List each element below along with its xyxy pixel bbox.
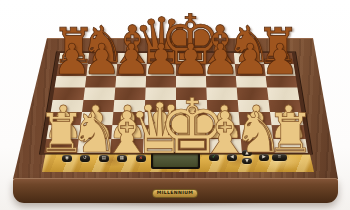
- square-a7[interactable]: [57, 64, 88, 75]
- square-b3[interactable]: [80, 112, 113, 125]
- square-g8[interactable]: [234, 53, 264, 64]
- red-cancel-icon: ×: [139, 156, 143, 161]
- left-arrow-button[interactable]: ◀: [227, 154, 237, 161]
- square-d3[interactable]: [144, 112, 176, 125]
- square-f1[interactable]: [208, 139, 242, 153]
- square-g3[interactable]: [239, 112, 272, 125]
- square-d5[interactable]: [145, 87, 176, 99]
- power-button[interactable]: ◉: [62, 155, 72, 162]
- square-c5[interactable]: [114, 87, 145, 99]
- square-b6[interactable]: [85, 76, 116, 88]
- square-h8[interactable]: [263, 53, 294, 64]
- board-front-edge: MILLENNIUM: [13, 178, 338, 203]
- square-e8[interactable]: [176, 53, 205, 64]
- right-arrow-button[interactable]: ▶: [259, 154, 269, 161]
- square-h2[interactable]: [272, 125, 306, 138]
- square-a6[interactable]: [55, 76, 87, 88]
- square-h1[interactable]: [273, 139, 308, 153]
- square-e2[interactable]: [176, 125, 208, 138]
- square-c3[interactable]: [112, 112, 144, 125]
- menu-button[interactable]: ≡: [272, 154, 287, 161]
- right-arrow-icon: ▶: [262, 155, 265, 160]
- brand-plate: MILLENNIUM: [152, 189, 198, 198]
- square-h3[interactable]: [270, 112, 303, 125]
- square-g4[interactable]: [238, 100, 270, 113]
- chess-computer: ◉↺▤▦×✓◀▲▼▶≡ ♜♞♝♛♚♝♞♜♟♟♟♟♟♟♟♟♟♟♟♟♟♟♟♟♜♞♝♛…: [0, 0, 350, 210]
- square-a1[interactable]: [44, 139, 79, 153]
- position-icon: ▦: [120, 156, 124, 161]
- red-cancel-button[interactable]: ×: [136, 155, 146, 162]
- takeback-button[interactable]: ↺: [80, 155, 90, 162]
- square-h7[interactable]: [264, 64, 295, 75]
- square-e5[interactable]: [176, 87, 207, 99]
- square-c7[interactable]: [116, 64, 146, 75]
- square-a5[interactable]: [53, 87, 85, 99]
- square-f6[interactable]: [206, 76, 237, 88]
- takeback-icon: ↺: [83, 156, 87, 161]
- up-arrow-icon: ▲: [245, 151, 248, 156]
- green-ok-button[interactable]: ✓: [209, 154, 219, 161]
- square-a4[interactable]: [51, 100, 84, 113]
- square-d4[interactable]: [145, 100, 176, 113]
- square-f5[interactable]: [206, 87, 237, 99]
- square-h5[interactable]: [267, 87, 299, 99]
- square-a3[interactable]: [49, 112, 82, 125]
- down-arrow-icon: ▼: [245, 159, 248, 164]
- green-ok-icon: ✓: [212, 155, 216, 160]
- square-e1[interactable]: [176, 139, 209, 153]
- square-d2[interactable]: [144, 125, 176, 138]
- square-d1[interactable]: [143, 139, 176, 153]
- square-c2[interactable]: [111, 125, 144, 138]
- square-g7[interactable]: [235, 64, 266, 75]
- power-icon: ◉: [65, 156, 69, 161]
- square-b8[interactable]: [88, 53, 118, 64]
- square-a2[interactable]: [46, 125, 80, 138]
- position-button[interactable]: ▦: [117, 155, 127, 162]
- square-f3[interactable]: [207, 112, 239, 125]
- chess-board: [40, 52, 312, 154]
- square-e7[interactable]: [176, 64, 206, 75]
- square-f4[interactable]: [207, 100, 239, 113]
- square-d7[interactable]: [146, 64, 176, 75]
- square-f8[interactable]: [205, 53, 235, 64]
- square-d6[interactable]: [146, 76, 176, 88]
- brand-plate-label: MILLENNIUM: [157, 191, 193, 196]
- up-arrow-button[interactable]: ▲: [242, 150, 252, 156]
- square-h6[interactable]: [266, 76, 298, 88]
- square-e3[interactable]: [176, 112, 208, 125]
- square-e6[interactable]: [176, 76, 206, 88]
- square-f2[interactable]: [208, 125, 241, 138]
- memo-icon: ▤: [102, 156, 106, 161]
- square-g2[interactable]: [240, 125, 273, 138]
- square-c4[interactable]: [113, 100, 145, 113]
- square-g6[interactable]: [236, 76, 267, 88]
- square-d8[interactable]: [147, 53, 176, 64]
- square-b2[interactable]: [79, 125, 112, 138]
- memo-button[interactable]: ▤: [99, 155, 109, 162]
- square-a8[interactable]: [58, 53, 89, 64]
- lcd-screen: [153, 154, 198, 167]
- square-g5[interactable]: [237, 87, 269, 99]
- square-c8[interactable]: [117, 53, 147, 64]
- square-b1[interactable]: [77, 139, 111, 153]
- lcd-display: [151, 152, 200, 169]
- square-c1[interactable]: [110, 139, 144, 153]
- menu-icon: ≡: [278, 155, 282, 160]
- square-b4[interactable]: [82, 100, 114, 113]
- square-e4[interactable]: [176, 100, 207, 113]
- square-b7[interactable]: [86, 64, 117, 75]
- square-c6[interactable]: [115, 76, 146, 88]
- square-f7[interactable]: [205, 64, 235, 75]
- left-arrow-icon: ◀: [230, 155, 233, 160]
- down-arrow-button[interactable]: ▼: [242, 158, 252, 164]
- square-h4[interactable]: [268, 100, 301, 113]
- square-b5[interactable]: [84, 87, 116, 99]
